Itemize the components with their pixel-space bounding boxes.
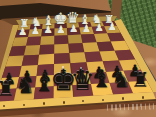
board-square [0,0,156,117]
board-square [0,0,156,117]
sun-glint [62,66,64,68]
piece-white-pawn: ♟ [43,24,52,34]
board-square [0,0,156,117]
frame-coordinate-mark [82,100,84,103]
board-square [0,0,156,117]
board-square [0,0,156,117]
board-square [0,0,156,117]
background-wood-band [0,0,156,117]
piece-black-bishop: ♝ [33,72,54,96]
board-square [0,0,156,117]
piece-black-rook: ♜ [0,78,15,98]
tree-trunk [0,0,156,117]
board-square [0,0,156,117]
piece-black-pawn: ♟ [92,65,106,81]
board-square [0,0,156,117]
board-square [0,0,156,117]
board-square [0,0,156,117]
board-square [0,0,156,117]
board-square [0,0,156,117]
watermark [107,103,154,110]
photo-chess-scene: ♜♞♝♚♛♝♞♜♟♟♟♟♟♟♟♟♟♟♟♟♟♟♟♟♜♞♝♚♛♝♞♜ [0,0,156,117]
piece-black-pawn: ♟ [56,67,70,83]
board-square [0,0,156,117]
board-square [0,0,156,117]
board-square [0,0,156,117]
board-frame-near-rail [0,0,156,117]
board-square [0,0,156,117]
table-surface [0,0,156,117]
board-square [0,0,156,117]
board-square [0,0,156,117]
board-square [0,0,156,117]
board-square [0,0,156,117]
piece-white-rook: ♜ [104,13,114,24]
piece-white-pawn: ♟ [95,22,104,32]
board-square [0,0,156,117]
pieces-layer: ♜♞♝♚♛♝♞♜♟♟♟♟♟♟♟♟♟♟♟♟♟♟♟♟♜♞♝♚♛♝♞♜ [0,0,156,117]
board-square [0,0,156,117]
table-sun-dapples [0,0,156,117]
piece-black-pawn: ♟ [110,64,124,80]
piece-white-pawn: ♟ [31,25,40,35]
board-square [0,0,156,117]
piece-white-pawn: ♟ [82,22,91,32]
frame-coordinate-mark [102,99,104,102]
board-square [0,0,156,117]
board-square [0,0,156,117]
piece-white-bishop: ♝ [79,13,91,26]
board-square [0,0,156,117]
piece-white-bishop: ♝ [43,14,55,27]
board-square [0,0,156,117]
board-square [0,0,156,117]
piece-black-knight: ♞ [15,76,34,98]
board-square [0,0,156,117]
board-square [0,0,156,117]
board-base [0,0,156,117]
frame-coordinate-mark [43,102,45,105]
board-square [0,0,156,117]
piece-white-pawn: ♟ [18,25,27,35]
piece-white-pawn: ♟ [69,23,78,33]
background-layer [0,0,156,117]
sun-glint [80,67,82,69]
board-light-patches [0,0,156,117]
piece-black-rook: ♜ [131,70,149,90]
piece-black-knight: ♞ [111,70,130,92]
piece-white-knight: ♞ [31,16,42,28]
board-square [0,0,156,117]
board-side [0,0,156,117]
board-square [0,0,156,117]
board-frame-right-edge [0,0,156,117]
board-square [0,0,156,117]
board-square [0,0,156,117]
board-frame-far-rail [0,0,156,117]
board-square [0,0,156,117]
sun-glint [62,68,64,70]
piece-black-pawn: ♟ [74,66,88,82]
piece-white-knight: ♞ [92,13,103,25]
piece-black-pawn: ♟ [128,63,142,79]
board-square [0,0,156,117]
piece-black-pawn: ♟ [20,69,34,85]
piece-white-rook: ♜ [19,17,29,28]
board-square [0,0,156,117]
board-square [0,0,156,117]
frame-coordinate-mark [3,105,5,108]
piece-black-bishop: ♝ [91,69,112,93]
piece-white-king: ♚ [53,11,68,27]
board-square [0,0,156,117]
board-square [0,0,156,117]
board-square [0,0,156,117]
board-square [0,0,156,117]
board-square [0,0,156,117]
board-square [0,0,156,117]
board-square [0,0,156,117]
background-shadow-band [0,0,156,117]
chess-board [0,0,156,117]
board-square [0,0,156,117]
board-square [0,0,156,117]
board-square [0,0,156,117]
board-square [0,0,156,117]
board-square [0,0,156,117]
piece-black-king: ♚ [50,66,76,95]
board-square [0,0,156,117]
board-frame-left-rail [0,0,156,117]
piece-white-pawn: ♟ [56,23,65,33]
grass-background [0,0,156,117]
board-square [0,0,156,117]
board-square [0,0,156,117]
frame-coordinate-mark [23,104,25,107]
board-square [0,0,156,117]
board-square [0,0,156,117]
board-square [0,0,156,117]
board-square [0,0,156,117]
board-fold-seam [0,0,156,117]
board-square [0,0,156,117]
piece-black-pawn: ♟ [38,68,52,84]
board-frame-right-rail [0,0,156,117]
piece-white-queen: ♛ [66,11,80,26]
frame-coordinate-mark [122,97,124,100]
frame-coordinate-mark [142,96,144,99]
piece-white-pawn: ♟ [107,21,116,31]
board-square [0,0,156,117]
board-square [0,0,156,117]
piece-black-pawn: ♟ [2,71,16,87]
piece-black-queen: ♛ [70,66,95,93]
background-shelf-strip [0,0,156,117]
board-square [0,0,156,117]
board-frame-near-edge-line [0,0,156,117]
board-square [0,0,156,117]
frame-coordinate-mark [63,101,65,104]
